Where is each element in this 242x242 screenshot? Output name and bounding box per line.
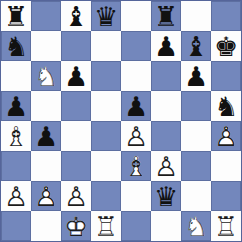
black-king-piece[interactable]: ♚ bbox=[211, 31, 241, 61]
black-rook-glyph: ♜ bbox=[1, 1, 31, 31]
square-b1[interactable] bbox=[31, 211, 61, 241]
square-f5[interactable] bbox=[151, 91, 181, 121]
black-knight-glyph: ♞ bbox=[211, 91, 241, 121]
square-b3[interactable] bbox=[31, 151, 61, 181]
white-rook-outline-glyph: ♖ bbox=[91, 211, 121, 241]
black-bishop-piece[interactable]: ♝ bbox=[61, 1, 91, 31]
white-knight-piece[interactable]: ♞♘ bbox=[181, 211, 211, 241]
black-knight-piece[interactable]: ♞ bbox=[1, 31, 31, 61]
square-b7[interactable] bbox=[31, 31, 61, 61]
black-pawn-piece[interactable]: ♟ bbox=[151, 31, 181, 61]
square-d5[interactable] bbox=[91, 91, 121, 121]
white-bishop-outline-glyph: ♗ bbox=[1, 121, 31, 151]
square-g2[interactable] bbox=[181, 181, 211, 211]
square-g7[interactable]: ♝ bbox=[181, 31, 211, 61]
square-d6[interactable] bbox=[91, 61, 121, 91]
square-d3[interactable] bbox=[91, 151, 121, 181]
square-a3[interactable] bbox=[1, 151, 31, 181]
square-b2[interactable]: ♟♙ bbox=[31, 181, 61, 211]
square-h6[interactable] bbox=[211, 61, 241, 91]
square-c1[interactable]: ♚♔ bbox=[61, 211, 91, 241]
black-pawn-piece[interactable]: ♟ bbox=[61, 61, 91, 91]
square-a6[interactable] bbox=[1, 61, 31, 91]
white-bishop-piece[interactable]: ♝♗ bbox=[121, 151, 151, 181]
black-rook-glyph: ♜ bbox=[151, 1, 181, 31]
square-c5[interactable] bbox=[61, 91, 91, 121]
square-h8[interactable] bbox=[211, 1, 241, 31]
black-pawn-piece[interactable]: ♟ bbox=[121, 91, 151, 121]
black-queen-glyph: ♛ bbox=[91, 1, 121, 31]
white-pawn-piece[interactable]: ♟♙ bbox=[211, 121, 241, 151]
black-rook-piece[interactable]: ♜ bbox=[1, 1, 31, 31]
square-e7[interactable] bbox=[121, 31, 151, 61]
square-d4[interactable] bbox=[91, 121, 121, 151]
white-pawn-piece[interactable]: ♟♙ bbox=[151, 151, 181, 181]
square-f2[interactable]: ♛ bbox=[151, 181, 181, 211]
black-knight-glyph: ♞ bbox=[1, 31, 31, 61]
square-g6[interactable]: ♟ bbox=[181, 61, 211, 91]
square-e3[interactable]: ♝♗ bbox=[121, 151, 151, 181]
square-e2[interactable] bbox=[121, 181, 151, 211]
square-a1[interactable] bbox=[1, 211, 31, 241]
square-c7[interactable] bbox=[61, 31, 91, 61]
square-c4[interactable] bbox=[61, 121, 91, 151]
square-b5[interactable] bbox=[31, 91, 61, 121]
square-h1[interactable]: ♜♖ bbox=[211, 211, 241, 241]
square-a2[interactable]: ♟♙ bbox=[1, 181, 31, 211]
square-g4[interactable] bbox=[181, 121, 211, 151]
black-pawn-glyph: ♟ bbox=[31, 121, 61, 151]
black-king-glyph: ♚ bbox=[211, 31, 241, 61]
black-queen-glyph: ♛ bbox=[151, 181, 181, 211]
square-f7[interactable]: ♟ bbox=[151, 31, 181, 61]
square-g5[interactable] bbox=[181, 91, 211, 121]
square-f6[interactable] bbox=[151, 61, 181, 91]
white-bishop-outline-glyph: ♗ bbox=[121, 151, 151, 181]
square-g3[interactable] bbox=[181, 151, 211, 181]
white-pawn-outline-glyph: ♙ bbox=[31, 181, 61, 211]
square-c6[interactable]: ♟ bbox=[61, 61, 91, 91]
square-f8[interactable]: ♜ bbox=[151, 1, 181, 31]
square-c8[interactable]: ♝ bbox=[61, 1, 91, 31]
square-c3[interactable] bbox=[61, 151, 91, 181]
white-rook-piece[interactable]: ♜♖ bbox=[91, 211, 121, 241]
white-king-outline-glyph: ♔ bbox=[61, 211, 91, 241]
white-knight-outline-glyph: ♘ bbox=[31, 61, 61, 91]
white-bishop-piece[interactable]: ♝♗ bbox=[1, 121, 31, 151]
black-knight-piece[interactable]: ♞ bbox=[211, 91, 241, 121]
square-h5[interactable]: ♞ bbox=[211, 91, 241, 121]
square-a5[interactable]: ♟ bbox=[1, 91, 31, 121]
square-h7[interactable]: ♚ bbox=[211, 31, 241, 61]
black-rook-piece[interactable]: ♜ bbox=[151, 1, 181, 31]
square-g8[interactable] bbox=[181, 1, 211, 31]
white-rook-piece[interactable]: ♜♖ bbox=[211, 211, 241, 241]
square-b6[interactable]: ♞♘ bbox=[31, 61, 61, 91]
white-pawn-outline-glyph: ♙ bbox=[151, 151, 181, 181]
black-pawn-glyph: ♟ bbox=[61, 61, 91, 91]
black-pawn-piece[interactable]: ♟ bbox=[181, 61, 211, 91]
white-knight-outline-glyph: ♘ bbox=[181, 211, 211, 241]
black-queen-piece[interactable]: ♛ bbox=[151, 181, 181, 211]
black-bishop-glyph: ♝ bbox=[181, 31, 211, 61]
chess-board-widget: ♜♝♛♜♞♟♝♚♞♘♟♟♟♟♞♝♗♟♟♙♟♙♝♗♟♙♟♙♟♙♟♙♛♚♔♜♖♞♘♜… bbox=[0, 0, 242, 242]
square-d2[interactable] bbox=[91, 181, 121, 211]
black-pawn-glyph: ♟ bbox=[151, 31, 181, 61]
black-pawn-piece[interactable]: ♟ bbox=[31, 121, 61, 151]
white-pawn-piece[interactable]: ♟♙ bbox=[31, 181, 61, 211]
black-pawn-glyph: ♟ bbox=[121, 91, 151, 121]
square-f1[interactable] bbox=[151, 211, 181, 241]
square-e5[interactable]: ♟ bbox=[121, 91, 151, 121]
square-d7[interactable] bbox=[91, 31, 121, 61]
square-e6[interactable] bbox=[121, 61, 151, 91]
chess-board: ♜♝♛♜♞♟♝♚♞♘♟♟♟♟♞♝♗♟♟♙♟♙♝♗♟♙♟♙♟♙♟♙♛♚♔♜♖♞♘♜… bbox=[0, 0, 242, 242]
white-pawn-piece[interactable]: ♟♙ bbox=[61, 181, 91, 211]
black-queen-piece[interactable]: ♛ bbox=[91, 1, 121, 31]
square-f4[interactable] bbox=[151, 121, 181, 151]
black-pawn-glyph: ♟ bbox=[1, 91, 31, 121]
square-f3[interactable]: ♟♙ bbox=[151, 151, 181, 181]
black-bishop-glyph: ♝ bbox=[61, 1, 91, 31]
square-a7[interactable]: ♞ bbox=[1, 31, 31, 61]
square-c2[interactable]: ♟♙ bbox=[61, 181, 91, 211]
square-d1[interactable]: ♜♖ bbox=[91, 211, 121, 241]
white-pawn-piece[interactable]: ♟♙ bbox=[1, 181, 31, 211]
square-e4[interactable]: ♟♙ bbox=[121, 121, 151, 151]
white-pawn-outline-glyph: ♙ bbox=[121, 121, 151, 151]
square-b4[interactable]: ♟ bbox=[31, 121, 61, 151]
white-rook-outline-glyph: ♖ bbox=[211, 211, 241, 241]
black-bishop-piece[interactable]: ♝ bbox=[181, 31, 211, 61]
black-pawn-piece[interactable]: ♟ bbox=[1, 91, 31, 121]
square-e1[interactable] bbox=[121, 211, 151, 241]
square-a4[interactable]: ♝♗ bbox=[1, 121, 31, 151]
white-pawn-outline-glyph: ♙ bbox=[211, 121, 241, 151]
square-b8[interactable] bbox=[31, 1, 61, 31]
white-king-piece[interactable]: ♚♔ bbox=[61, 211, 91, 241]
square-g1[interactable]: ♞♘ bbox=[181, 211, 211, 241]
square-d8[interactable]: ♛ bbox=[91, 1, 121, 31]
white-pawn-outline-glyph: ♙ bbox=[1, 181, 31, 211]
square-h4[interactable]: ♟♙ bbox=[211, 121, 241, 151]
black-pawn-glyph: ♟ bbox=[181, 61, 211, 91]
white-pawn-outline-glyph: ♙ bbox=[61, 181, 91, 211]
white-knight-piece[interactable]: ♞♘ bbox=[31, 61, 61, 91]
square-h3[interactable] bbox=[211, 151, 241, 181]
square-h2[interactable] bbox=[211, 181, 241, 211]
square-e8[interactable] bbox=[121, 1, 151, 31]
square-a8[interactable]: ♜ bbox=[1, 1, 31, 31]
white-pawn-piece[interactable]: ♟♙ bbox=[121, 121, 151, 151]
